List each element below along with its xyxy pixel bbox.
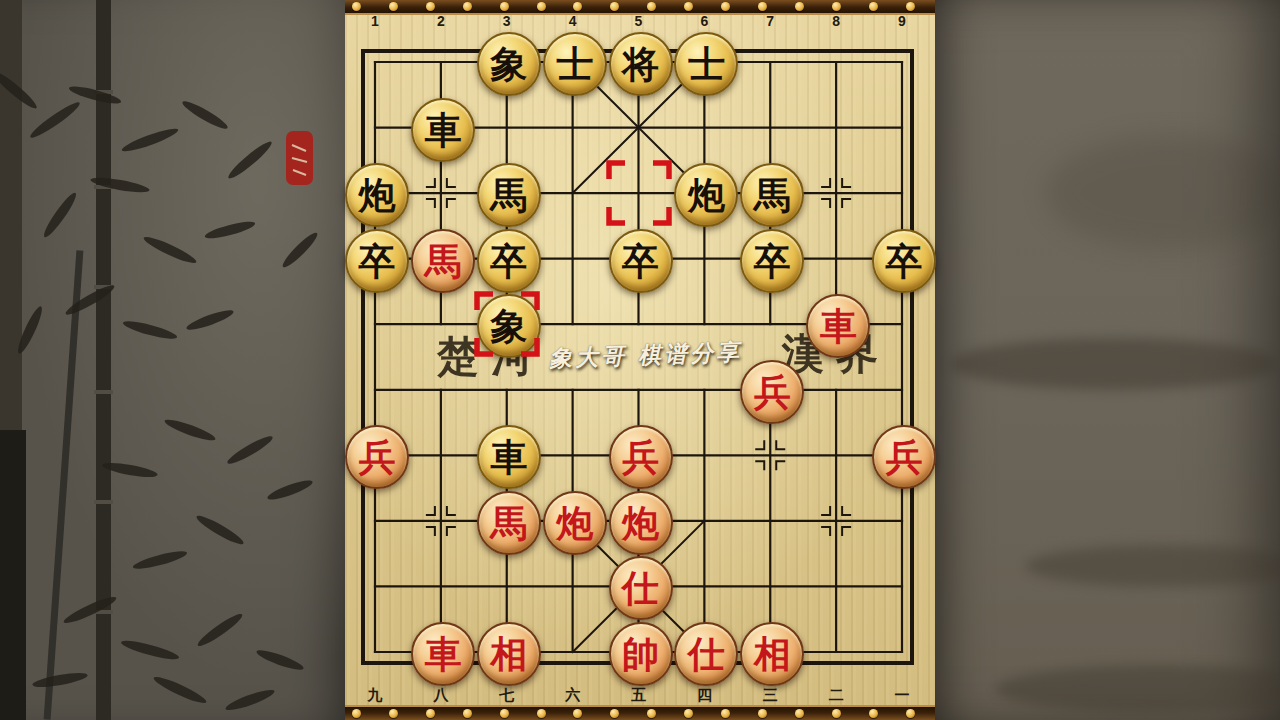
piece-red-horse[interactable]: 馬: [411, 229, 475, 293]
move-to-marker: [472, 289, 542, 359]
piece-glyph: 卒: [359, 242, 396, 280]
piece-black-advisor[interactable]: 士: [674, 32, 738, 96]
piece-red-soldier[interactable]: 兵: [872, 425, 936, 489]
piece-glyph: 卒: [886, 242, 923, 280]
piece-glyph: 炮: [622, 504, 659, 542]
piece-red-elephant[interactable]: 相: [740, 622, 804, 686]
piece-glyph: 炮: [556, 504, 593, 542]
piece-glyph: 馬: [424, 242, 461, 280]
piece-glyph: 相: [754, 635, 791, 673]
piece-black-advisor[interactable]: 士: [543, 32, 607, 96]
piece-glyph: 将: [622, 45, 659, 83]
red-artist-seal: [286, 131, 313, 185]
piece-glyph: 卒: [622, 242, 659, 280]
piece-red-soldier[interactable]: 兵: [345, 425, 409, 489]
ink-treeline: [950, 338, 1280, 390]
piece-glyph: 象: [490, 45, 527, 83]
piece-glyph: 兵: [622, 438, 659, 476]
piece-red-soldier[interactable]: 兵: [740, 360, 804, 424]
piece-black-cannon[interactable]: 炮: [674, 163, 738, 227]
piece-black-horse[interactable]: 馬: [477, 163, 541, 227]
piece-red-advisor[interactable]: 仕: [674, 622, 738, 686]
piece-red-chariot[interactable]: 車: [411, 622, 475, 686]
piece-red-chariot[interactable]: 車: [806, 294, 870, 358]
piece-glyph: 馬: [490, 176, 527, 214]
piece-glyph: 炮: [688, 176, 725, 214]
piece-black-cannon[interactable]: 炮: [345, 163, 409, 227]
piece-black-horse[interactable]: 馬: [740, 163, 804, 227]
piece-glyph: 車: [424, 635, 461, 673]
piece-glyph: 車: [424, 111, 461, 149]
right-decor-panel: [935, 0, 1280, 720]
piece-black-elephant[interactable]: 象: [477, 32, 541, 96]
piece-glyph: 仕: [688, 635, 725, 673]
piece-red-general[interactable]: 帥: [609, 622, 673, 686]
piece-red-soldier[interactable]: 兵: [609, 425, 673, 489]
piece-red-horse[interactable]: 馬: [477, 491, 541, 555]
piece-black-soldier[interactable]: 卒: [609, 229, 673, 293]
piece-black-general[interactable]: 将: [609, 32, 673, 96]
piece-red-advisor[interactable]: 仕: [609, 556, 673, 620]
piece-glyph: 帥: [622, 635, 659, 673]
piece-black-soldier[interactable]: 卒: [345, 229, 409, 293]
piece-glyph: 卒: [754, 242, 791, 280]
piece-black-chariot[interactable]: 車: [411, 98, 475, 162]
piece-glyph: 馬: [490, 504, 527, 542]
piece-red-elephant[interactable]: 相: [477, 622, 541, 686]
piece-glyph: 馬: [754, 176, 791, 214]
piece-glyph: 炮: [359, 176, 396, 214]
piece-glyph: 車: [490, 438, 527, 476]
piece-glyph: 車: [820, 307, 857, 345]
piece-red-cannon[interactable]: 炮: [543, 491, 607, 555]
xiangqi-board: 123456789 九八七六五四三二一 楚河 漢界 象士将士車炮馬炮馬卒馬卒卒卒…: [345, 0, 935, 720]
ink-treeline: [995, 665, 1280, 713]
piece-glyph: 兵: [886, 438, 923, 476]
ink-mountain: [1045, 135, 1280, 250]
piece-glyph: 仕: [622, 569, 659, 607]
piece-glyph: 士: [556, 45, 593, 83]
piece-black-soldier[interactable]: 卒: [740, 229, 804, 293]
piece-glyph: 相: [490, 635, 527, 673]
piece-black-soldier[interactable]: 卒: [477, 229, 541, 293]
piece-glyph: 卒: [490, 242, 527, 280]
left-decor-panel: [0, 0, 345, 720]
piece-glyph: 兵: [359, 438, 396, 476]
ink-bamboo-painting: [0, 0, 345, 720]
piece-black-chariot[interactable]: 車: [477, 425, 541, 489]
piece-red-cannon[interactable]: 炮: [609, 491, 673, 555]
xiangqi-app: 123456789 九八七六五四三二一 楚河 漢界 象士将士車炮馬炮馬卒馬卒卒卒…: [0, 0, 1280, 720]
piece-black-soldier[interactable]: 卒: [872, 229, 936, 293]
piece-glyph: 兵: [754, 373, 791, 411]
ink-treeline: [1025, 545, 1280, 587]
move-from-marker: [604, 158, 674, 228]
piece-glyph: 士: [688, 45, 725, 83]
